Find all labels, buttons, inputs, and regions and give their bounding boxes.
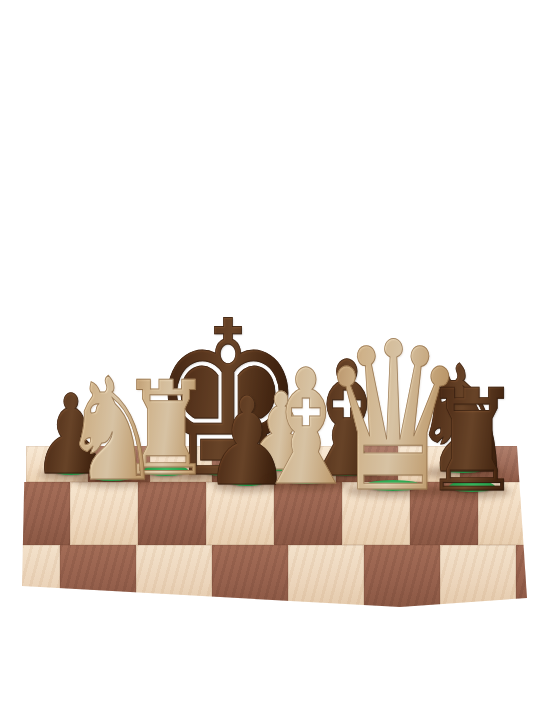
black-rook-glyph: ♜ [421,371,522,512]
pieces-layer: ♚♟♞♟♜♝♞♟♝♛♜ [0,0,540,720]
product-photo-stage: ♚♟♞♟♜♝♞♟♝♛♜ [0,0,540,720]
white-knight-glyph: ♞ [61,359,163,501]
